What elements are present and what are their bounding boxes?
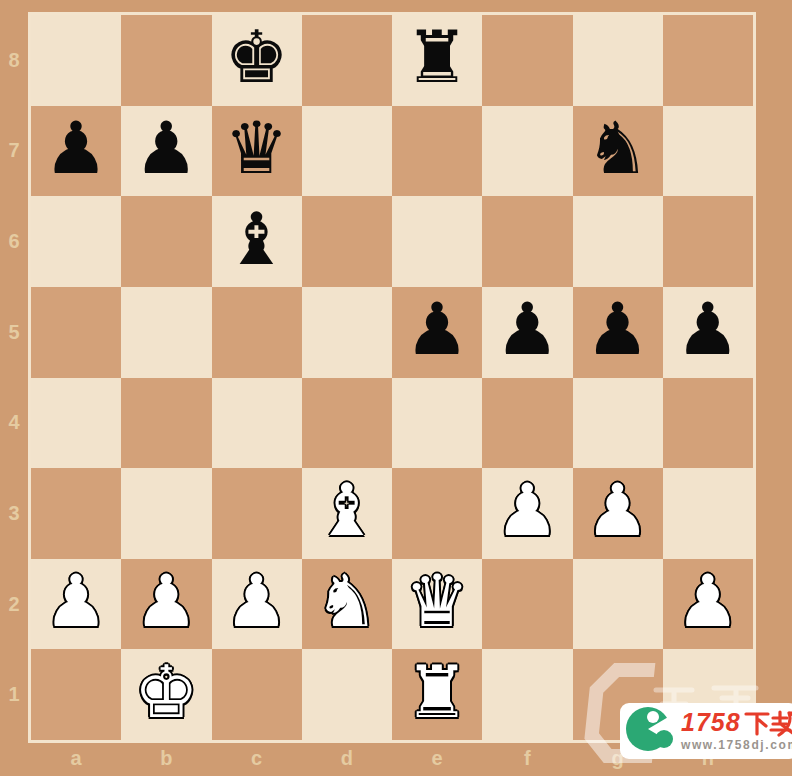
square-h8[interactable] xyxy=(663,15,753,106)
square-h6[interactable] xyxy=(663,196,753,287)
square-g7[interactable]: ♞ xyxy=(573,106,663,197)
square-a8[interactable] xyxy=(31,15,121,106)
square-g6[interactable] xyxy=(573,196,663,287)
file-label-f: f xyxy=(482,740,572,776)
square-h7[interactable] xyxy=(663,106,753,197)
square-b3[interactable] xyxy=(121,468,211,559)
file-label-d: d xyxy=(302,740,392,776)
square-a1[interactable] xyxy=(31,649,121,740)
square-c8[interactable]: ♚ xyxy=(212,15,302,106)
square-g8[interactable] xyxy=(573,15,663,106)
square-f8[interactable] xyxy=(482,15,572,106)
badge-title: 1758 xyxy=(681,711,792,735)
square-c4[interactable] xyxy=(212,378,302,469)
square-b7[interactable]: ♟ xyxy=(121,106,211,197)
square-d4[interactable] xyxy=(302,378,392,469)
square-c5[interactable] xyxy=(212,287,302,378)
rank-label-1: 1 xyxy=(0,649,28,740)
square-c6[interactable]: ♝ xyxy=(212,196,302,287)
piece-white-queen: ♛ xyxy=(405,565,470,637)
square-e6[interactable] xyxy=(392,196,482,287)
piece-black-king: ♚ xyxy=(224,21,289,93)
square-h2[interactable]: ♟ xyxy=(663,559,753,650)
square-b6[interactable] xyxy=(121,196,211,287)
square-f1[interactable] xyxy=(482,649,572,740)
chess-diagram: 87654321 ♚♜♟♟♛♞♝♟♟♟♟♝♟♟♟♟♟♞♛♟♚♜ abcdefgh xyxy=(0,0,792,776)
square-f3[interactable]: ♟ xyxy=(482,468,572,559)
square-d8[interactable] xyxy=(302,15,392,106)
square-g4[interactable] xyxy=(573,378,663,469)
piece-white-rook: ♜ xyxy=(405,656,470,728)
piece-black-queen: ♛ xyxy=(224,112,289,184)
file-label-e: e xyxy=(392,740,482,776)
square-c2[interactable]: ♟ xyxy=(212,559,302,650)
file-label-a: a xyxy=(31,740,121,776)
square-g5[interactable]: ♟ xyxy=(573,287,663,378)
rank-label-6: 6 xyxy=(0,196,28,287)
piece-white-pawn: ♟ xyxy=(676,565,741,637)
square-a3[interactable] xyxy=(31,468,121,559)
badge-digits: 1758 xyxy=(681,710,741,735)
square-d5[interactable] xyxy=(302,287,392,378)
square-c3[interactable] xyxy=(212,468,302,559)
square-f6[interactable] xyxy=(482,196,572,287)
square-h3[interactable] xyxy=(663,468,753,559)
piece-black-pawn: ♟ xyxy=(44,112,109,184)
square-a6[interactable] xyxy=(31,196,121,287)
square-e3[interactable] xyxy=(392,468,482,559)
piece-black-rook: ♜ xyxy=(405,21,470,93)
board: ♚♜♟♟♛♞♝♟♟♟♟♝♟♟♟♟♟♞♛♟♚♜ xyxy=(28,12,756,743)
square-b4[interactable] xyxy=(121,378,211,469)
pacman-logo-icon xyxy=(625,704,675,758)
piece-white-bishop: ♝ xyxy=(315,474,380,546)
square-d7[interactable] xyxy=(302,106,392,197)
rank-labels: 87654321 xyxy=(0,15,28,740)
square-b1[interactable]: ♚ xyxy=(121,649,211,740)
file-label-b: b xyxy=(121,740,211,776)
piece-white-pawn: ♟ xyxy=(134,565,199,637)
rank-label-4: 4 xyxy=(0,378,28,469)
piece-white-pawn: ♟ xyxy=(495,474,560,546)
piece-white-knight: ♞ xyxy=(315,565,380,637)
rank-label-2: 2 xyxy=(0,559,28,650)
badge-cjk-xiazai xyxy=(744,709,792,737)
square-a2[interactable]: ♟ xyxy=(31,559,121,650)
piece-white-pawn: ♟ xyxy=(585,474,650,546)
square-e8[interactable]: ♜ xyxy=(392,15,482,106)
square-a7[interactable]: ♟ xyxy=(31,106,121,197)
piece-black-pawn: ♟ xyxy=(405,293,470,365)
square-d6[interactable] xyxy=(302,196,392,287)
rank-label-7: 7 xyxy=(0,106,28,197)
square-h5[interactable]: ♟ xyxy=(663,287,753,378)
rank-label-8: 8 xyxy=(0,15,28,106)
square-e2[interactable]: ♛ xyxy=(392,559,482,650)
square-a5[interactable] xyxy=(31,287,121,378)
square-g2[interactable] xyxy=(573,559,663,650)
piece-white-pawn: ♟ xyxy=(224,565,289,637)
rank-label-3: 3 xyxy=(0,468,28,559)
square-d1[interactable] xyxy=(302,649,392,740)
square-e1[interactable]: ♜ xyxy=(392,649,482,740)
square-f2[interactable] xyxy=(482,559,572,650)
square-f5[interactable]: ♟ xyxy=(482,287,572,378)
piece-black-pawn: ♟ xyxy=(676,293,741,365)
piece-black-pawn: ♟ xyxy=(134,112,199,184)
square-c1[interactable] xyxy=(212,649,302,740)
watermark-badge: 1758 www.1758dj.com xyxy=(620,703,792,759)
piece-white-king: ♚ xyxy=(134,656,199,728)
badge-url: www.1758dj.com xyxy=(681,738,792,752)
square-b2[interactable]: ♟ xyxy=(121,559,211,650)
piece-black-bishop: ♝ xyxy=(224,203,289,275)
piece-black-pawn: ♟ xyxy=(495,293,560,365)
file-label-c: c xyxy=(212,740,302,776)
square-e4[interactable] xyxy=(392,378,482,469)
square-b5[interactable] xyxy=(121,287,211,378)
piece-black-pawn: ♟ xyxy=(585,293,650,365)
square-f4[interactable] xyxy=(482,378,572,469)
rank-label-5: 5 xyxy=(0,287,28,378)
square-h4[interactable] xyxy=(663,378,753,469)
square-e7[interactable] xyxy=(392,106,482,197)
piece-black-knight: ♞ xyxy=(585,112,650,184)
square-a4[interactable] xyxy=(31,378,121,469)
square-e5[interactable]: ♟ xyxy=(392,287,482,378)
square-b8[interactable] xyxy=(121,15,211,106)
square-c7[interactable]: ♛ xyxy=(212,106,302,197)
square-f7[interactable] xyxy=(482,106,572,197)
square-d3[interactable]: ♝ xyxy=(302,468,392,559)
square-g3[interactable]: ♟ xyxy=(573,468,663,559)
piece-white-pawn: ♟ xyxy=(44,565,109,637)
square-d2[interactable]: ♞ xyxy=(302,559,392,650)
